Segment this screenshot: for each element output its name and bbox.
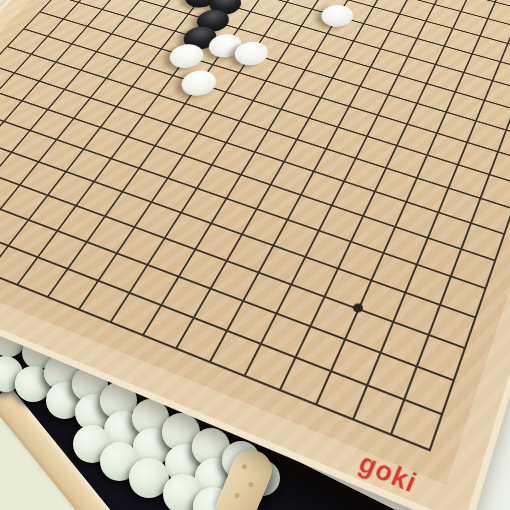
go-photo-scene: goki: [0, 0, 510, 510]
